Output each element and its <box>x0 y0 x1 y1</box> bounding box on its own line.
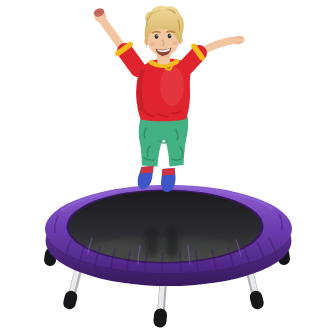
right-sock-stripe <box>162 168 175 176</box>
tshirt <box>136 59 191 122</box>
left-sock-stripe <box>141 166 154 174</box>
trousers <box>139 116 188 167</box>
product-photo <box>0 0 333 333</box>
shirt-sheen <box>160 66 184 106</box>
foot-cap-icon <box>70 297 72 303</box>
foot-cap-icon <box>256 297 258 303</box>
left-sleeve <box>125 51 138 69</box>
right-cheek <box>172 41 178 45</box>
foot-cap-icon <box>50 254 51 260</box>
trampoline <box>45 185 292 321</box>
stretched-arm <box>186 35 245 67</box>
boy <box>93 6 246 192</box>
left-cheek <box>150 42 156 46</box>
raised-arm <box>93 7 138 69</box>
scene-illustration <box>0 0 333 333</box>
foot-cap-icon <box>160 315 161 321</box>
head <box>144 6 184 65</box>
